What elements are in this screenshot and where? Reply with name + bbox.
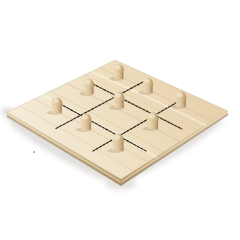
peg-cap-highlight — [53, 98, 59, 103]
dust-speck — [33, 151, 35, 153]
board-scene — [0, 0, 240, 240]
peg-cap-highlight — [115, 65, 121, 70]
peg-cap-highlight — [85, 80, 91, 85]
peg-cap-highlight — [149, 113, 155, 118]
peg-cap-highlight — [115, 93, 121, 98]
peg-cap-highlight — [82, 114, 88, 119]
peg-cap-highlight — [113, 135, 120, 141]
peg-cap-highlight — [177, 92, 183, 97]
peg-cap-highlight — [144, 79, 150, 84]
